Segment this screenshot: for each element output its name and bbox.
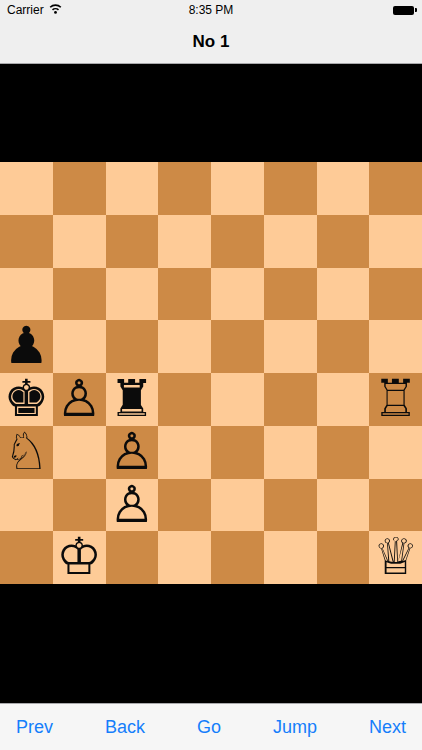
black-king[interactable]: ♚ bbox=[0, 373, 53, 426]
nav-bar: No 1 bbox=[0, 20, 422, 64]
page-title: No 1 bbox=[193, 32, 230, 52]
white-pawn[interactable]: ♙ bbox=[106, 479, 159, 532]
square-c5[interactable] bbox=[106, 320, 159, 373]
square-c1[interactable] bbox=[106, 531, 159, 584]
square-c4[interactable]: ♜ bbox=[106, 373, 159, 426]
square-a2[interactable] bbox=[0, 479, 53, 532]
square-b2[interactable] bbox=[53, 479, 106, 532]
square-e7[interactable] bbox=[211, 215, 264, 268]
square-d3[interactable] bbox=[158, 426, 211, 479]
white-knight[interactable]: ♘ bbox=[0, 426, 53, 479]
square-b3[interactable] bbox=[53, 426, 106, 479]
square-d4[interactable] bbox=[158, 373, 211, 426]
square-h3[interactable] bbox=[369, 426, 422, 479]
square-h8[interactable] bbox=[369, 162, 422, 215]
square-d1[interactable] bbox=[158, 531, 211, 584]
square-e2[interactable] bbox=[211, 479, 264, 532]
go-button[interactable]: Go bbox=[197, 717, 221, 738]
square-c8[interactable] bbox=[106, 162, 159, 215]
square-c3[interactable]: ♙ bbox=[106, 426, 159, 479]
clock: 8:35 PM bbox=[0, 3, 422, 17]
app-window: Carrier 8:35 PM No 1 ♟♚♙♜♖♘♙♙♔♕ Prev Bac… bbox=[0, 0, 422, 750]
square-h4[interactable]: ♖ bbox=[369, 373, 422, 426]
square-c2[interactable]: ♙ bbox=[106, 479, 159, 532]
square-a1[interactable] bbox=[0, 531, 53, 584]
square-a8[interactable] bbox=[0, 162, 53, 215]
square-b7[interactable] bbox=[53, 215, 106, 268]
chess-board: ♟♚♙♜♖♘♙♙♔♕ bbox=[0, 162, 422, 584]
white-queen[interactable]: ♕ bbox=[369, 531, 422, 584]
square-f3[interactable] bbox=[264, 426, 317, 479]
square-f2[interactable] bbox=[264, 479, 317, 532]
square-g8[interactable] bbox=[317, 162, 370, 215]
jump-button[interactable]: Jump bbox=[273, 717, 317, 738]
back-button[interactable]: Back bbox=[105, 717, 145, 738]
white-rook[interactable]: ♖ bbox=[369, 373, 422, 426]
square-d8[interactable] bbox=[158, 162, 211, 215]
square-f6[interactable] bbox=[264, 268, 317, 321]
square-h2[interactable] bbox=[369, 479, 422, 532]
square-a7[interactable] bbox=[0, 215, 53, 268]
square-d5[interactable] bbox=[158, 320, 211, 373]
square-f7[interactable] bbox=[264, 215, 317, 268]
square-e3[interactable] bbox=[211, 426, 264, 479]
next-button[interactable]: Next bbox=[369, 717, 406, 738]
square-g4[interactable] bbox=[317, 373, 370, 426]
white-king[interactable]: ♔ bbox=[53, 531, 106, 584]
square-f4[interactable] bbox=[264, 373, 317, 426]
square-g3[interactable] bbox=[317, 426, 370, 479]
square-c7[interactable] bbox=[106, 215, 159, 268]
square-a4[interactable]: ♚ bbox=[0, 373, 53, 426]
square-d7[interactable] bbox=[158, 215, 211, 268]
white-pawn[interactable]: ♙ bbox=[53, 373, 106, 426]
square-f8[interactable] bbox=[264, 162, 317, 215]
square-g7[interactable] bbox=[317, 215, 370, 268]
square-h6[interactable] bbox=[369, 268, 422, 321]
black-rook[interactable]: ♜ bbox=[106, 373, 159, 426]
status-bar: Carrier 8:35 PM bbox=[0, 0, 422, 20]
square-b5[interactable] bbox=[53, 320, 106, 373]
square-e6[interactable] bbox=[211, 268, 264, 321]
square-e8[interactable] bbox=[211, 162, 264, 215]
square-c6[interactable] bbox=[106, 268, 159, 321]
board-background: ♟♚♙♜♖♘♙♙♔♕ bbox=[0, 64, 422, 703]
prev-button[interactable]: Prev bbox=[16, 717, 53, 738]
square-a6[interactable] bbox=[0, 268, 53, 321]
square-b6[interactable] bbox=[53, 268, 106, 321]
square-b4[interactable]: ♙ bbox=[53, 373, 106, 426]
black-pawn[interactable]: ♟ bbox=[0, 320, 53, 373]
square-a3[interactable]: ♘ bbox=[0, 426, 53, 479]
square-h7[interactable] bbox=[369, 215, 422, 268]
square-b1[interactable]: ♔ bbox=[53, 531, 106, 584]
square-g1[interactable] bbox=[317, 531, 370, 584]
square-g6[interactable] bbox=[317, 268, 370, 321]
square-d2[interactable] bbox=[158, 479, 211, 532]
square-e4[interactable] bbox=[211, 373, 264, 426]
square-h1[interactable]: ♕ bbox=[369, 531, 422, 584]
square-e1[interactable] bbox=[211, 531, 264, 584]
square-b8[interactable] bbox=[53, 162, 106, 215]
bottom-toolbar: Prev Back Go Jump Next bbox=[0, 703, 422, 750]
square-h5[interactable] bbox=[369, 320, 422, 373]
square-f1[interactable] bbox=[264, 531, 317, 584]
square-g2[interactable] bbox=[317, 479, 370, 532]
square-d6[interactable] bbox=[158, 268, 211, 321]
square-g5[interactable] bbox=[317, 320, 370, 373]
square-a5[interactable]: ♟ bbox=[0, 320, 53, 373]
square-e5[interactable] bbox=[211, 320, 264, 373]
square-f5[interactable] bbox=[264, 320, 317, 373]
white-pawn[interactable]: ♙ bbox=[106, 426, 159, 479]
